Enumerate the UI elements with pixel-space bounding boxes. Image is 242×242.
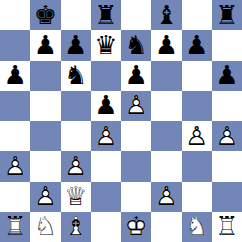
black-knight-icon: ♞ bbox=[121, 30, 151, 60]
square-f4[interactable] bbox=[151, 121, 181, 151]
piece-black-pawn[interactable]: ♟ bbox=[0, 61, 30, 91]
white-pawn-icon: ♙ bbox=[212, 121, 242, 151]
square-f5[interactable] bbox=[151, 91, 181, 121]
piece-white-rook[interactable]: ♜♖ bbox=[0, 212, 30, 242]
white-queen-icon: ♕ bbox=[61, 182, 91, 212]
square-e8[interactable] bbox=[121, 0, 151, 30]
square-f1[interactable] bbox=[151, 212, 181, 242]
piece-black-pawn[interactable]: ♟ bbox=[151, 30, 181, 60]
piece-black-bishop[interactable]: ♝ bbox=[151, 0, 181, 30]
square-c3[interactable]: ♟♙ bbox=[61, 151, 91, 181]
square-c7[interactable]: ♟ bbox=[61, 30, 91, 60]
black-pawn-icon: ♟ bbox=[151, 30, 181, 60]
black-pawn-icon: ♟ bbox=[30, 30, 60, 60]
square-a1[interactable]: ♜♖ bbox=[0, 212, 30, 242]
white-king-icon: ♔ bbox=[121, 212, 151, 242]
piece-black-pawn[interactable]: ♟ bbox=[182, 30, 212, 60]
square-h6[interactable]: ♟ bbox=[212, 61, 242, 91]
white-knight-icon: ♘ bbox=[30, 212, 60, 242]
piece-white-king[interactable]: ♚♔ bbox=[121, 212, 151, 242]
white-pawn-icon: ♙ bbox=[91, 121, 121, 151]
piece-white-bishop[interactable]: ♝♗ bbox=[61, 212, 91, 242]
black-king-icon: ♚ bbox=[30, 0, 60, 30]
square-a6[interactable]: ♟ bbox=[0, 61, 30, 91]
black-pawn-icon: ♟ bbox=[61, 30, 91, 60]
black-pawn-icon: ♟ bbox=[0, 61, 30, 91]
piece-white-pawn[interactable]: ♟♙ bbox=[182, 121, 212, 151]
square-b6[interactable] bbox=[30, 61, 60, 91]
square-g3[interactable] bbox=[182, 151, 212, 181]
square-h3[interactable] bbox=[212, 151, 242, 181]
white-rook-icon: ♖ bbox=[212, 212, 242, 242]
black-rook-icon: ♜ bbox=[91, 0, 121, 30]
piece-white-pawn[interactable]: ♟♙ bbox=[30, 182, 60, 212]
square-f7[interactable]: ♟ bbox=[151, 30, 181, 60]
black-pawn-icon: ♟ bbox=[91, 91, 121, 121]
square-c6[interactable]: ♞ bbox=[61, 61, 91, 91]
square-a5[interactable] bbox=[0, 91, 30, 121]
square-e1[interactable]: ♚♔ bbox=[121, 212, 151, 242]
square-h5[interactable] bbox=[212, 91, 242, 121]
black-knight-icon: ♞ bbox=[61, 61, 91, 91]
piece-black-knight[interactable]: ♞ bbox=[121, 30, 151, 60]
black-pawn-icon: ♟ bbox=[212, 61, 242, 91]
square-d2[interactable] bbox=[91, 182, 121, 212]
square-e2[interactable] bbox=[121, 182, 151, 212]
square-a7[interactable] bbox=[0, 30, 30, 60]
piece-white-pawn[interactable]: ♟♙ bbox=[212, 121, 242, 151]
square-d5[interactable]: ♟ bbox=[91, 91, 121, 121]
square-f8[interactable]: ♝ bbox=[151, 0, 181, 30]
square-b5[interactable] bbox=[30, 91, 60, 121]
square-e5[interactable]: ♟♙ bbox=[121, 91, 151, 121]
piece-black-pawn[interactable]: ♟ bbox=[212, 61, 242, 91]
square-b7[interactable]: ♟ bbox=[30, 30, 60, 60]
square-h4[interactable]: ♟♙ bbox=[212, 121, 242, 151]
piece-black-queen[interactable]: ♛ bbox=[91, 30, 121, 60]
square-h8[interactable]: ♜ bbox=[212, 0, 242, 30]
piece-black-pawn[interactable]: ♟ bbox=[61, 30, 91, 60]
square-g8[interactable] bbox=[182, 0, 212, 30]
square-e6[interactable]: ♟ bbox=[121, 61, 151, 91]
piece-black-rook[interactable]: ♜ bbox=[212, 0, 242, 30]
square-g1[interactable]: ♞♘ bbox=[182, 212, 212, 242]
white-pawn-icon: ♙ bbox=[0, 151, 30, 181]
black-rook-icon: ♜ bbox=[212, 0, 242, 30]
square-c8[interactable] bbox=[61, 0, 91, 30]
piece-white-pawn[interactable]: ♟♙ bbox=[121, 91, 151, 121]
square-h2[interactable] bbox=[212, 182, 242, 212]
piece-white-pawn[interactable]: ♟♙ bbox=[151, 182, 181, 212]
square-d1[interactable] bbox=[91, 212, 121, 242]
black-pawn-icon: ♟ bbox=[121, 61, 151, 91]
white-pawn-icon: ♙ bbox=[182, 121, 212, 151]
square-h1[interactable]: ♜♖ bbox=[212, 212, 242, 242]
chess-board: ♚♜♝♜♟♟♛♞♟♟♟♞♟♟♟♟♙♟♙♟♙♟♙♟♙♟♙♟♙♛♕♟♙♜♖♞♘♝♗♚… bbox=[0, 0, 242, 242]
square-d3[interactable] bbox=[91, 151, 121, 181]
square-a8[interactable] bbox=[0, 0, 30, 30]
square-b2[interactable]: ♟♙ bbox=[30, 182, 60, 212]
square-h7[interactable] bbox=[212, 30, 242, 60]
square-b3[interactable] bbox=[30, 151, 60, 181]
piece-black-pawn[interactable]: ♟ bbox=[121, 61, 151, 91]
square-d6[interactable] bbox=[91, 61, 121, 91]
square-c4[interactable] bbox=[61, 121, 91, 151]
piece-black-pawn[interactable]: ♟ bbox=[30, 30, 60, 60]
square-c5[interactable] bbox=[61, 91, 91, 121]
white-pawn-icon: ♙ bbox=[61, 151, 91, 181]
square-e4[interactable] bbox=[121, 121, 151, 151]
square-b4[interactable] bbox=[30, 121, 60, 151]
square-a4[interactable] bbox=[0, 121, 30, 151]
piece-white-knight[interactable]: ♞♘ bbox=[30, 212, 60, 242]
square-f2[interactable]: ♟♙ bbox=[151, 182, 181, 212]
white-knight-icon: ♘ bbox=[182, 212, 212, 242]
square-b8[interactable]: ♚ bbox=[30, 0, 60, 30]
white-pawn-icon: ♙ bbox=[121, 91, 151, 121]
white-pawn-icon: ♙ bbox=[30, 182, 60, 212]
white-pawn-icon: ♙ bbox=[151, 182, 181, 212]
black-queen-icon: ♛ bbox=[91, 30, 121, 60]
piece-white-pawn[interactable]: ♟♙ bbox=[0, 151, 30, 181]
white-bishop-icon: ♗ bbox=[61, 212, 91, 242]
square-g5[interactable] bbox=[182, 91, 212, 121]
square-f6[interactable] bbox=[151, 61, 181, 91]
square-a3[interactable]: ♟♙ bbox=[0, 151, 30, 181]
square-e3[interactable] bbox=[121, 151, 151, 181]
square-c1[interactable]: ♝♗ bbox=[61, 212, 91, 242]
piece-black-knight[interactable]: ♞ bbox=[61, 61, 91, 91]
square-d8[interactable]: ♜ bbox=[91, 0, 121, 30]
piece-white-pawn[interactable]: ♟♙ bbox=[61, 151, 91, 181]
square-g7[interactable]: ♟ bbox=[182, 30, 212, 60]
square-e7[interactable]: ♞ bbox=[121, 30, 151, 60]
square-a2[interactable] bbox=[0, 182, 30, 212]
square-g4[interactable]: ♟♙ bbox=[182, 121, 212, 151]
piece-black-king[interactable]: ♚ bbox=[30, 0, 60, 30]
black-pawn-icon: ♟ bbox=[182, 30, 212, 60]
piece-white-rook[interactable]: ♜♖ bbox=[212, 212, 242, 242]
piece-white-knight[interactable]: ♞♘ bbox=[182, 212, 212, 242]
piece-black-pawn[interactable]: ♟ bbox=[91, 91, 121, 121]
square-g6[interactable] bbox=[182, 61, 212, 91]
square-c2[interactable]: ♛♕ bbox=[61, 182, 91, 212]
black-bishop-icon: ♝ bbox=[151, 0, 181, 30]
square-d7[interactable]: ♛ bbox=[91, 30, 121, 60]
square-b1[interactable]: ♞♘ bbox=[30, 212, 60, 242]
white-rook-icon: ♖ bbox=[0, 212, 30, 242]
piece-white-pawn[interactable]: ♟♙ bbox=[91, 121, 121, 151]
piece-black-rook[interactable]: ♜ bbox=[91, 0, 121, 30]
piece-white-queen[interactable]: ♛♕ bbox=[61, 182, 91, 212]
square-d4[interactable]: ♟♙ bbox=[91, 121, 121, 151]
square-g2[interactable] bbox=[182, 182, 212, 212]
square-f3[interactable] bbox=[151, 151, 181, 181]
